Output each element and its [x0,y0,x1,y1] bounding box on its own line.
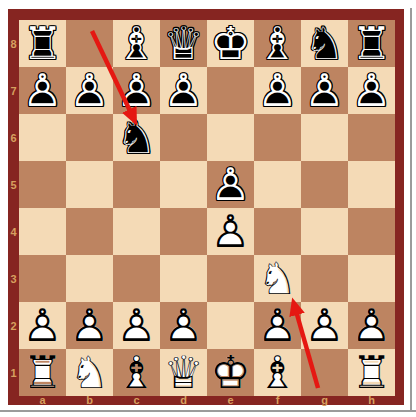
black-pawn: ♟♙ [113,67,160,114]
square-c3[interactable] [113,255,160,302]
piece-glyph-outline: ♔ [207,349,254,396]
square-a3[interactable] [19,255,66,302]
square-a1[interactable]: ♜♖ [19,349,66,396]
piece-glyph-outline: ♙ [160,67,207,114]
black-pawn: ♟♙ [254,67,301,114]
rank-label-5: 5 [8,161,19,208]
square-e2[interactable] [207,302,254,349]
square-b7[interactable]: ♟♙ [66,67,113,114]
square-f4[interactable] [254,208,301,255]
square-b4[interactable] [66,208,113,255]
square-g3[interactable] [301,255,348,302]
file-label-c: c [113,396,160,405]
square-c6[interactable]: ♞♘ [113,114,160,161]
square-e1[interactable]: ♚♔ [207,349,254,396]
rank-label-3: 3 [8,255,19,302]
piece-glyph-outline: ♙ [113,302,160,349]
piece-glyph-outline: ♗ [113,349,160,396]
square-e7[interactable] [207,67,254,114]
piece-glyph-outline: ♙ [207,208,254,255]
rank-label-6: 6 [8,114,19,161]
piece-glyph-outline: ♗ [254,349,301,396]
white-knight: ♞♘ [66,349,113,396]
square-a8[interactable]: ♜♖ [19,20,66,67]
square-a6[interactable] [19,114,66,161]
black-queen: ♛♕ [160,20,207,67]
file-label-h: h [348,396,395,405]
square-g2[interactable]: ♟♙ [301,302,348,349]
square-h3[interactable] [348,255,395,302]
piece-glyph-outline: ♙ [66,302,113,349]
square-f1[interactable]: ♝♗ [254,349,301,396]
square-g8[interactable]: ♞♘ [301,20,348,67]
white-pawn: ♟♙ [66,302,113,349]
square-b3[interactable] [66,255,113,302]
white-pawn: ♟♙ [254,302,301,349]
square-e4[interactable]: ♟♙ [207,208,254,255]
square-h2[interactable]: ♟♙ [348,302,395,349]
page-divider-horizontal [0,410,416,412]
square-e6[interactable] [207,114,254,161]
piece-glyph-outline: ♗ [113,20,160,67]
black-pawn: ♟♙ [66,67,113,114]
piece-glyph-outline: ♙ [66,67,113,114]
piece-glyph-outline: ♙ [113,67,160,114]
black-pawn: ♟♙ [301,67,348,114]
file-label-g: g [301,396,348,405]
square-d2[interactable]: ♟♙ [160,302,207,349]
piece-glyph-outline: ♖ [19,20,66,67]
piece-glyph-outline: ♔ [207,20,254,67]
square-h7[interactable]: ♟♙ [348,67,395,114]
square-g6[interactable] [301,114,348,161]
square-b8[interactable] [66,20,113,67]
white-pawn: ♟♙ [19,302,66,349]
piece-glyph-outline: ♙ [207,161,254,208]
square-d5[interactable] [160,161,207,208]
black-rook: ♜♖ [19,20,66,67]
piece-glyph-outline: ♙ [19,67,66,114]
piece-glyph-outline: ♙ [160,302,207,349]
rank-label-1: 1 [8,349,19,396]
square-c1[interactable]: ♝♗ [113,349,160,396]
square-g1[interactable] [301,349,348,396]
white-bishop: ♝♗ [113,349,160,396]
piece-glyph-outline: ♙ [301,302,348,349]
piece-glyph-outline: ♕ [160,349,207,396]
file-label-d: d [160,396,207,405]
black-pawn: ♟♙ [207,161,254,208]
square-d3[interactable] [160,255,207,302]
square-h8[interactable]: ♜♖ [348,20,395,67]
square-b6[interactable] [66,114,113,161]
square-e8[interactable]: ♚♔ [207,20,254,67]
white-pawn: ♟♙ [348,302,395,349]
white-knight: ♞♘ [254,255,301,302]
square-b1[interactable]: ♞♘ [66,349,113,396]
black-pawn: ♟♙ [19,67,66,114]
square-b2[interactable]: ♟♙ [66,302,113,349]
black-pawn: ♟♙ [160,67,207,114]
square-a5[interactable] [19,161,66,208]
piece-glyph-outline: ♘ [66,349,113,396]
square-f8[interactable]: ♝♗ [254,20,301,67]
white-pawn: ♟♙ [160,302,207,349]
black-knight: ♞♘ [113,114,160,161]
chess-board-frame: 87654321 ♜♖♝♗♛♕♚♔♝♗♞♘♜♖♟♙♟♙♟♙♟♙♟♙♟♙♟♙♞♘♟… [8,9,404,405]
piece-glyph-outline: ♙ [301,67,348,114]
white-pawn: ♟♙ [301,302,348,349]
square-f5[interactable] [254,161,301,208]
square-f7[interactable]: ♟♙ [254,67,301,114]
square-c2[interactable]: ♟♙ [113,302,160,349]
white-king: ♚♔ [207,349,254,396]
black-bishop: ♝♗ [113,20,160,67]
square-g7[interactable]: ♟♙ [301,67,348,114]
square-a4[interactable] [19,208,66,255]
square-e3[interactable] [207,255,254,302]
square-h5[interactable] [348,161,395,208]
piece-glyph-outline: ♙ [254,302,301,349]
white-pawn: ♟♙ [113,302,160,349]
piece-glyph-outline: ♖ [348,349,395,396]
piece-glyph-outline: ♘ [113,114,160,161]
square-d7[interactable]: ♟♙ [160,67,207,114]
chess-board: ♜♖♝♗♛♕♚♔♝♗♞♘♜♖♟♙♟♙♟♙♟♙♟♙♟♙♟♙♞♘♟♙♟♙♞♘♟♙♟♙… [19,20,395,396]
white-bishop: ♝♗ [254,349,301,396]
square-d8[interactable]: ♛♕ [160,20,207,67]
piece-glyph-outline: ♕ [160,20,207,67]
square-d4[interactable] [160,208,207,255]
square-e5[interactable]: ♟♙ [207,161,254,208]
page: 87654321 ♜♖♝♗♛♕♚♔♝♗♞♘♜♖♟♙♟♙♟♙♟♙♟♙♟♙♟♙♞♘♟… [0,0,416,417]
piece-glyph-outline: ♘ [301,20,348,67]
rank-label-7: 7 [8,67,19,114]
black-pawn: ♟♙ [348,67,395,114]
file-label-e: e [207,396,254,405]
piece-glyph-outline: ♙ [348,67,395,114]
rank-label-2: 2 [8,302,19,349]
square-c4[interactable] [113,208,160,255]
square-f2[interactable]: ♟♙ [254,302,301,349]
piece-glyph-outline: ♙ [254,67,301,114]
square-g4[interactable] [301,208,348,255]
piece-glyph-outline: ♘ [254,255,301,302]
square-c5[interactable] [113,161,160,208]
square-h4[interactable] [348,208,395,255]
rank-label-8: 8 [8,20,19,67]
file-label-f: f [254,396,301,405]
black-king: ♚♔ [207,20,254,67]
white-rook: ♜♖ [348,349,395,396]
square-b5[interactable] [66,161,113,208]
rank-label-4: 4 [8,208,19,255]
square-h6[interactable] [348,114,395,161]
black-knight: ♞♘ [301,20,348,67]
piece-glyph-outline: ♖ [19,349,66,396]
piece-glyph-outline: ♗ [254,20,301,67]
black-bishop: ♝♗ [254,20,301,67]
white-pawn: ♟♙ [207,208,254,255]
white-queen: ♛♕ [160,349,207,396]
square-c7[interactable]: ♟♙ [113,67,160,114]
file-label-b: b [66,396,113,405]
white-rook: ♜♖ [19,349,66,396]
square-f6[interactable] [254,114,301,161]
square-g5[interactable] [301,161,348,208]
square-c8[interactable]: ♝♗ [113,20,160,67]
page-divider-vertical [410,8,412,412]
file-labels: abcdefgh [19,396,395,405]
square-f3[interactable]: ♞♘ [254,255,301,302]
square-d1[interactable]: ♛♕ [160,349,207,396]
square-a2[interactable]: ♟♙ [19,302,66,349]
square-d6[interactable] [160,114,207,161]
piece-glyph-outline: ♙ [348,302,395,349]
file-label-a: a [19,396,66,405]
rank-labels: 87654321 [8,20,19,396]
piece-glyph-outline: ♙ [19,302,66,349]
square-a7[interactable]: ♟♙ [19,67,66,114]
black-rook: ♜♖ [348,20,395,67]
piece-glyph-outline: ♖ [348,20,395,67]
square-h1[interactable]: ♜♖ [348,349,395,396]
